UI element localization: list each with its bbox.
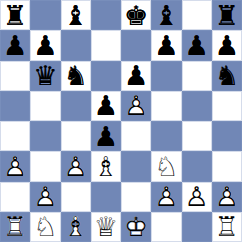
- white-knight-icon: ♘: [151, 151, 181, 181]
- square-h1[interactable]: ♜♖: [212, 212, 242, 242]
- piece-white-bishop-c1[interactable]: ♝♗: [61, 212, 91, 242]
- piece-black-knight-c6[interactable]: ♞♘: [61, 61, 91, 91]
- white-pawn-icon: ♙: [121, 91, 151, 121]
- piece-black-pawn-b7[interactable]: ♟♙: [30, 30, 60, 60]
- square-a3[interactable]: ♟♙: [0, 151, 30, 181]
- piece-white-queen-d1[interactable]: ♛♕: [91, 212, 121, 242]
- white-bishop-fill-glyph: ♝: [61, 212, 91, 242]
- piece-white-pawn-g2[interactable]: ♟♙: [182, 182, 212, 212]
- square-f1[interactable]: [151, 212, 181, 242]
- piece-black-knight-h6[interactable]: ♞♘: [212, 61, 242, 91]
- black-bishop-fill-glyph: ♝: [61, 0, 91, 30]
- black-pawn-icon: ♙: [212, 30, 242, 60]
- square-e3[interactable]: [121, 151, 151, 181]
- white-pawn-icon: ♙: [61, 151, 91, 181]
- square-e4[interactable]: [121, 121, 151, 151]
- black-pawn-icon: ♙: [182, 30, 212, 60]
- white-queen-fill-glyph: ♛: [91, 212, 121, 242]
- square-e7[interactable]: [121, 30, 151, 60]
- square-c6[interactable]: ♞♘: [61, 61, 91, 91]
- piece-black-king-e8[interactable]: ♚♔: [121, 0, 151, 30]
- black-pawn-icon: ♙: [151, 30, 181, 60]
- square-d8[interactable]: [91, 0, 121, 30]
- square-g7[interactable]: ♟♙: [182, 30, 212, 60]
- white-pawn-icon: ♙: [0, 151, 30, 181]
- square-b2[interactable]: ♟♙: [30, 182, 60, 212]
- piece-black-pawn-d4[interactable]: ♟♙: [91, 121, 121, 151]
- piece-black-pawn-f7[interactable]: ♟♙: [151, 30, 181, 60]
- square-h2[interactable]: ♟♙: [212, 182, 242, 212]
- black-pawn-fill-glyph: ♟: [91, 121, 121, 151]
- black-pawn-fill-glyph: ♟: [212, 30, 242, 60]
- black-knight-fill-glyph: ♞: [212, 61, 242, 91]
- square-c3[interactable]: ♟♙: [61, 151, 91, 181]
- white-rook-fill-glyph: ♜: [0, 212, 30, 242]
- black-knight-fill-glyph: ♞: [61, 61, 91, 91]
- square-g3[interactable]: [182, 151, 212, 181]
- black-pawn-icon: ♙: [121, 61, 151, 91]
- piece-black-pawn-g7[interactable]: ♟♙: [182, 30, 212, 60]
- square-d4[interactable]: ♟♙: [91, 121, 121, 151]
- square-f4[interactable]: [151, 121, 181, 151]
- piece-white-pawn-f2[interactable]: ♟♙: [151, 182, 181, 212]
- white-rook-fill-glyph: ♜: [212, 212, 242, 242]
- white-bishop-icon: ♗: [91, 151, 121, 181]
- piece-white-pawn-a3[interactable]: ♟♙: [0, 151, 30, 181]
- square-d1[interactable]: ♛♕: [91, 212, 121, 242]
- black-king-fill-glyph: ♚: [121, 0, 151, 30]
- piece-black-queen-b6[interactable]: ♛♕: [30, 61, 60, 91]
- square-g5[interactable]: [182, 91, 212, 121]
- square-f5[interactable]: [151, 91, 181, 121]
- square-h5[interactable]: [212, 91, 242, 121]
- black-bishop-fill-glyph: ♝: [151, 0, 181, 30]
- white-king-fill-glyph: ♚: [121, 212, 151, 242]
- white-pawn-icon: ♙: [182, 182, 212, 212]
- white-pawn-fill-glyph: ♟: [151, 182, 181, 212]
- black-pawn-fill-glyph: ♟: [91, 91, 121, 121]
- chess-board: ♜♖♝♗♚♔♝♗♜♖♟♙♟♙♟♙♟♙♟♙♛♕♞♘♟♙♞♘♟♙♟♙♟♙♟♙♟♙♝♗…: [0, 0, 242, 242]
- piece-white-knight-b1[interactable]: ♞♘: [30, 212, 60, 242]
- black-pawn-icon: ♙: [91, 91, 121, 121]
- square-g8[interactable]: [182, 0, 212, 30]
- black-pawn-fill-glyph: ♟: [30, 30, 60, 60]
- white-pawn-fill-glyph: ♟: [30, 182, 60, 212]
- black-rook-fill-glyph: ♜: [0, 0, 30, 30]
- square-b4[interactable]: [30, 121, 60, 151]
- white-knight-fill-glyph: ♞: [151, 151, 181, 181]
- white-rook-icon: ♖: [212, 212, 242, 242]
- white-pawn-fill-glyph: ♟: [0, 151, 30, 181]
- piece-white-knight-f3[interactable]: ♞♘: [151, 151, 181, 181]
- white-knight-fill-glyph: ♞: [30, 212, 60, 242]
- square-b8[interactable]: [30, 0, 60, 30]
- piece-white-pawn-e5[interactable]: ♟♙: [121, 91, 151, 121]
- square-h8[interactable]: ♜♖: [212, 0, 242, 30]
- square-b5[interactable]: [30, 91, 60, 121]
- square-h4[interactable]: [212, 121, 242, 151]
- square-f6[interactable]: [151, 61, 181, 91]
- white-bishop-fill-glyph: ♝: [91, 151, 121, 181]
- square-e2[interactable]: [121, 182, 151, 212]
- square-c2[interactable]: [61, 182, 91, 212]
- piece-black-pawn-a7[interactable]: ♟♙: [0, 30, 30, 60]
- white-pawn-icon: ♙: [151, 182, 181, 212]
- black-rook-icon: ♖: [0, 0, 30, 30]
- square-h3[interactable]: [212, 151, 242, 181]
- square-d2[interactable]: [91, 182, 121, 212]
- piece-white-king-e1[interactable]: ♚♔: [121, 212, 151, 242]
- square-f8[interactable]: ♝♗: [151, 0, 181, 30]
- square-d3[interactable]: ♝♗: [91, 151, 121, 181]
- white-knight-icon: ♘: [30, 212, 60, 242]
- square-g2[interactable]: ♟♙: [182, 182, 212, 212]
- square-h7[interactable]: ♟♙: [212, 30, 242, 60]
- square-h6[interactable]: ♞♘: [212, 61, 242, 91]
- black-rook-icon: ♖: [212, 0, 242, 30]
- black-pawn-icon: ♙: [0, 30, 30, 60]
- chess-board-container: ♜♖♝♗♚♔♝♗♜♖♟♙♟♙♟♙♟♙♟♙♛♕♞♘♟♙♞♘♟♙♟♙♟♙♟♙♟♙♝♗…: [0, 0, 242, 242]
- square-d6[interactable]: [91, 61, 121, 91]
- square-a4[interactable]: [0, 121, 30, 151]
- black-pawn-fill-glyph: ♟: [151, 30, 181, 60]
- black-pawn-icon: ♙: [91, 121, 121, 151]
- black-queen-icon: ♕: [30, 61, 60, 91]
- square-a8[interactable]: ♜♖: [0, 0, 30, 30]
- black-king-icon: ♔: [121, 0, 151, 30]
- square-f7[interactable]: ♟♙: [151, 30, 181, 60]
- black-pawn-fill-glyph: ♟: [121, 61, 151, 91]
- white-pawn-fill-glyph: ♟: [121, 91, 151, 121]
- black-bishop-icon: ♗: [151, 0, 181, 30]
- black-knight-icon: ♘: [61, 61, 91, 91]
- square-a7[interactable]: ♟♙: [0, 30, 30, 60]
- piece-white-rook-h1[interactable]: ♜♖: [212, 212, 242, 242]
- piece-black-pawn-h7[interactable]: ♟♙: [212, 30, 242, 60]
- square-c4[interactable]: [61, 121, 91, 151]
- square-d5[interactable]: ♟♙: [91, 91, 121, 121]
- square-f2[interactable]: ♟♙: [151, 182, 181, 212]
- piece-black-rook-h8[interactable]: ♜♖: [212, 0, 242, 30]
- white-rook-icon: ♖: [0, 212, 30, 242]
- square-c8[interactable]: ♝♗: [61, 0, 91, 30]
- square-b1[interactable]: ♞♘: [30, 212, 60, 242]
- piece-white-rook-a1[interactable]: ♜♖: [0, 212, 30, 242]
- piece-black-bishop-f8[interactable]: ♝♗: [151, 0, 181, 30]
- piece-black-rook-a8[interactable]: ♜♖: [0, 0, 30, 30]
- black-pawn-icon: ♙: [30, 30, 60, 60]
- square-c1[interactable]: ♝♗: [61, 212, 91, 242]
- piece-black-bishop-c8[interactable]: ♝♗: [61, 0, 91, 30]
- piece-black-pawn-d5[interactable]: ♟♙: [91, 91, 121, 121]
- white-pawn-icon: ♙: [212, 182, 242, 212]
- white-pawn-fill-glyph: ♟: [61, 151, 91, 181]
- black-queen-fill-glyph: ♛: [30, 61, 60, 91]
- square-f3[interactable]: ♞♘: [151, 151, 181, 181]
- square-a6[interactable]: [0, 61, 30, 91]
- white-queen-icon: ♕: [91, 212, 121, 242]
- square-b6[interactable]: ♛♕: [30, 61, 60, 91]
- square-e5[interactable]: ♟♙: [121, 91, 151, 121]
- square-e1[interactable]: ♚♔: [121, 212, 151, 242]
- square-a1[interactable]: ♜♖: [0, 212, 30, 242]
- piece-black-pawn-e6[interactable]: ♟♙: [121, 61, 151, 91]
- piece-white-pawn-b2[interactable]: ♟♙: [30, 182, 60, 212]
- black-rook-fill-glyph: ♜: [212, 0, 242, 30]
- white-pawn-icon: ♙: [30, 182, 60, 212]
- piece-white-pawn-c3[interactable]: ♟♙: [61, 151, 91, 181]
- piece-white-pawn-h2[interactable]: ♟♙: [212, 182, 242, 212]
- black-knight-icon: ♘: [212, 61, 242, 91]
- square-c7[interactable]: [61, 30, 91, 60]
- square-g4[interactable]: [182, 121, 212, 151]
- white-bishop-icon: ♗: [61, 212, 91, 242]
- square-c5[interactable]: [61, 91, 91, 121]
- square-b7[interactable]: ♟♙: [30, 30, 60, 60]
- square-a5[interactable]: [0, 91, 30, 121]
- white-pawn-fill-glyph: ♟: [212, 182, 242, 212]
- black-pawn-fill-glyph: ♟: [182, 30, 212, 60]
- black-bishop-icon: ♗: [61, 0, 91, 30]
- square-g1[interactable]: [182, 212, 212, 242]
- black-pawn-fill-glyph: ♟: [0, 30, 30, 60]
- square-g6[interactable]: [182, 61, 212, 91]
- white-pawn-fill-glyph: ♟: [182, 182, 212, 212]
- square-a2[interactable]: [0, 182, 30, 212]
- square-e8[interactable]: ♚♔: [121, 0, 151, 30]
- square-d7[interactable]: [91, 30, 121, 60]
- square-e6[interactable]: ♟♙: [121, 61, 151, 91]
- white-king-icon: ♔: [121, 212, 151, 242]
- square-b3[interactable]: [30, 151, 60, 181]
- piece-white-bishop-d3[interactable]: ♝♗: [91, 151, 121, 181]
